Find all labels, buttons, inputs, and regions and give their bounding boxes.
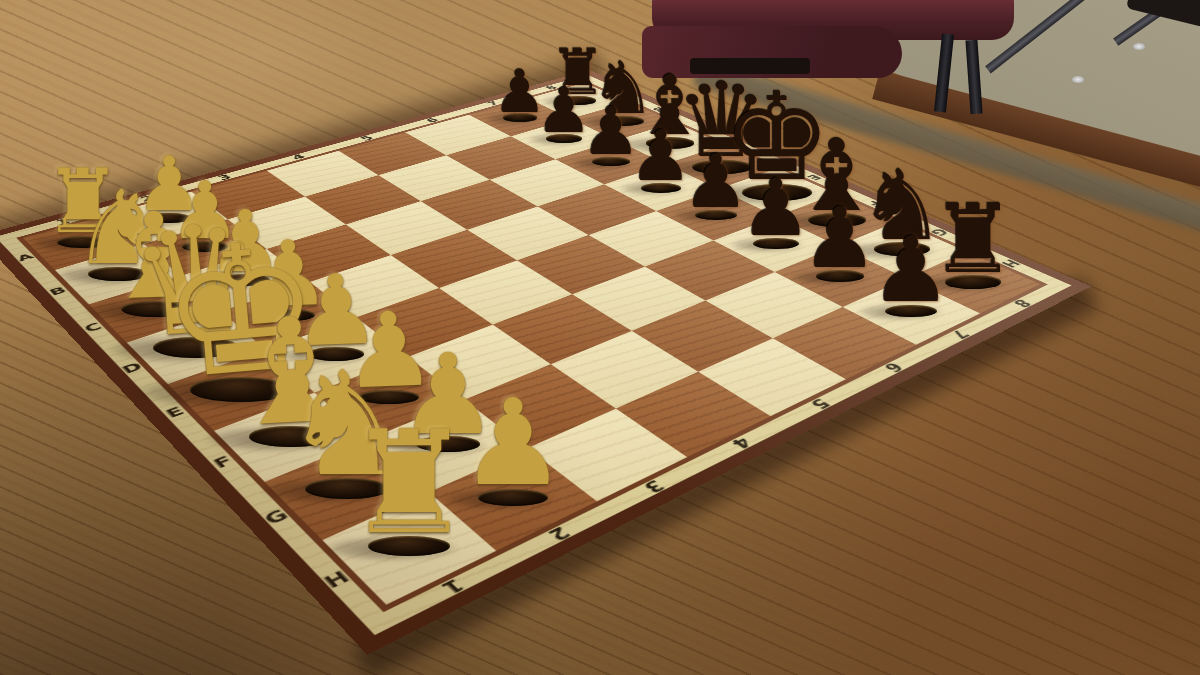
chair-frame [690,58,810,74]
metal-chair-foot [1133,43,1145,50]
photo-scene: AA11BB22CC33DD44EE55FF66GG77HH88 ♜♟♞♟♝♟♛… [0,0,1200,675]
metal-chair-foot [1072,76,1084,83]
